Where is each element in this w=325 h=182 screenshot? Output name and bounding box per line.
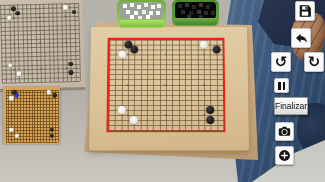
- add-button[interactable]: [275, 146, 294, 165]
- star-point: [31, 115, 33, 117]
- board-detection-frame: [106, 38, 225, 132]
- grid-line: [109, 100, 223, 101]
- rotate-cw-button[interactable]: ↻: [304, 52, 324, 72]
- rotate-cw-icon: ↻: [308, 55, 321, 70]
- star-point: [13, 43, 15, 45]
- grid-line: [2, 81, 80, 84]
- stone-white-Q18: [200, 41, 208, 49]
- digital-board-grid: [6, 90, 58, 142]
- stone-black-E17: [15, 93, 19, 97]
- black-stones-bowl: [172, 0, 219, 26]
- star-point: [39, 42, 41, 44]
- stone-white-E3: [15, 134, 19, 138]
- grid-line: [6, 142, 58, 143]
- star-point: [65, 16, 67, 18]
- finalize-button[interactable]: Finalizar: [274, 97, 308, 115]
- star-point: [48, 97, 50, 99]
- star-point: [31, 132, 33, 134]
- star-point: [40, 68, 42, 70]
- stone-white-Q18: [47, 90, 51, 94]
- stone-white-E3: [17, 71, 22, 76]
- app-screen: ↺ ↻ Finalizar: [0, 0, 325, 182]
- stone-white-E3: [130, 116, 138, 124]
- stone-black-E17: [131, 46, 139, 54]
- black-stones: [175, 2, 216, 19]
- star-point: [31, 97, 33, 99]
- main-go-board: [89, 27, 249, 150]
- stone-black-D18: [11, 7, 16, 12]
- star-point: [65, 42, 67, 44]
- stone-black-R5: [50, 128, 54, 132]
- stone-white-Q18: [63, 5, 68, 10]
- stone-black-S17: [52, 93, 56, 97]
- white-stones: [120, 2, 163, 19]
- grid-line: [55, 90, 56, 142]
- grid-line: [109, 90, 223, 91]
- star-point: [39, 16, 41, 18]
- white-stones-bowl: [117, 0, 166, 28]
- star-point: [14, 69, 16, 71]
- stone-black-R3: [69, 70, 74, 75]
- plus-circle-icon: [278, 149, 291, 162]
- stone-white-C5: [8, 63, 13, 68]
- grid-line: [109, 95, 223, 96]
- stone-black-S17: [212, 46, 220, 54]
- stone-black-R5: [68, 62, 73, 67]
- left-go-board-photo: [0, 0, 85, 89]
- save-floppy-icon: [298, 4, 312, 18]
- camera-button[interactable]: [275, 122, 294, 141]
- undo-arrow-icon: [294, 31, 308, 45]
- stone-black-R3: [50, 134, 54, 138]
- stone-white-C16: [9, 96, 13, 100]
- grid-line: [191, 40, 192, 130]
- grid-line: [6, 139, 58, 140]
- save-button[interactable]: [295, 1, 315, 21]
- rotate-ccw-button[interactable]: ↺: [271, 52, 291, 72]
- digital-board-overlay: [3, 87, 60, 144]
- grid-line: [179, 40, 180, 130]
- grid-line: [58, 90, 59, 142]
- grid-line: [108, 130, 223, 131]
- grid-line: [222, 40, 224, 130]
- star-point: [13, 17, 15, 19]
- stone-black-R5: [206, 106, 214, 114]
- grid-line: [185, 40, 186, 130]
- undo-button[interactable]: [291, 28, 311, 48]
- stone-black-R3: [207, 116, 215, 124]
- star-point: [13, 97, 15, 99]
- stone-black-E17: [15, 11, 20, 16]
- stone-black-S17: [72, 10, 77, 15]
- star-point: [66, 68, 68, 70]
- left-board-grid: [0, 3, 80, 83]
- grid-line: [78, 3, 81, 81]
- star-point: [13, 115, 15, 117]
- stone-white-C16: [7, 15, 12, 20]
- stone-white-C5: [117, 106, 125, 114]
- pause-icon: [278, 82, 285, 90]
- bowl-rim: [119, 20, 164, 27]
- camera-icon: [278, 125, 291, 138]
- grid-line: [109, 105, 223, 106]
- star-point: [48, 115, 50, 117]
- grid-line: [172, 40, 173, 130]
- rotate-ccw-icon: ↺: [275, 55, 288, 70]
- stone-white-C16: [118, 51, 126, 59]
- bowl-rim: [174, 18, 217, 25]
- grid-line: [109, 125, 224, 126]
- pause-button[interactable]: [274, 78, 289, 93]
